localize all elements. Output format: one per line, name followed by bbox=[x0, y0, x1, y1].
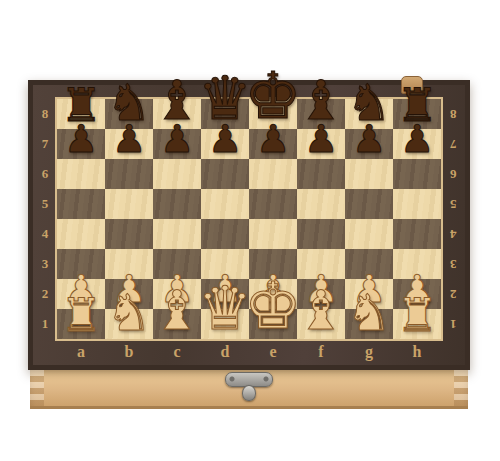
white-bishop[interactable]: ♝ bbox=[153, 284, 201, 338]
white-knight[interactable]: ♞ bbox=[347, 288, 392, 338]
black-pawn[interactable]: ♟ bbox=[304, 120, 338, 158]
square-e7[interactable]: ♟ bbox=[249, 129, 297, 159]
square-e5[interactable] bbox=[249, 189, 297, 219]
black-pawn[interactable]: ♟ bbox=[208, 120, 242, 158]
black-pawn[interactable]: ♟ bbox=[64, 120, 98, 158]
square-b1[interactable]: ♞ bbox=[105, 309, 153, 339]
rank-label-6: 6 bbox=[33, 159, 57, 189]
square-c1[interactable]: ♝ bbox=[153, 309, 201, 339]
square-c7[interactable]: ♟ bbox=[153, 129, 201, 159]
rank-label-3: 3 bbox=[33, 249, 57, 279]
black-pawn[interactable]: ♟ bbox=[160, 120, 194, 158]
square-b5[interactable] bbox=[105, 189, 153, 219]
board-grid: ♜♞♝♛♚♝♞♜♟♟♟♟♟♟♟♟♟♟♟♟♟♟♟♟♜♞♝♛♚♝♞♜ bbox=[57, 99, 441, 339]
rank-label-right-1: 1 bbox=[441, 309, 465, 339]
rank-label-right-4: 4 bbox=[441, 219, 465, 249]
rank-label-right-3: 3 bbox=[441, 249, 465, 279]
latch bbox=[225, 372, 273, 404]
rank-label-4: 4 bbox=[33, 219, 57, 249]
square-a7[interactable]: ♟ bbox=[57, 129, 105, 159]
square-h4[interactable] bbox=[393, 219, 441, 249]
finger-joint-right bbox=[454, 370, 468, 406]
board-middle: 87654321 ♜♞♝♛♚♝♞♜♟♟♟♟♟♟♟♟♟♟♟♟♟♟♟♟♜♞♝♛♚♝♞… bbox=[33, 99, 465, 339]
square-f4[interactable] bbox=[297, 219, 345, 249]
rank-label-right-6: 6 bbox=[441, 159, 465, 189]
rank-label-2: 2 bbox=[33, 279, 57, 309]
white-rook[interactable]: ♜ bbox=[60, 292, 101, 338]
square-a1[interactable]: ♜ bbox=[57, 309, 105, 339]
square-g1[interactable]: ♞ bbox=[345, 309, 393, 339]
square-f1[interactable]: ♝ bbox=[297, 309, 345, 339]
square-c6[interactable] bbox=[153, 159, 201, 189]
square-g5[interactable] bbox=[345, 189, 393, 219]
rank-label-8: 8 bbox=[33, 99, 57, 129]
black-pawn[interactable]: ♟ bbox=[400, 120, 434, 158]
rank-label-1: 1 bbox=[33, 309, 57, 339]
square-e1[interactable]: ♚ bbox=[249, 309, 297, 339]
chess-board: 87654321 ♜♞♝♛♚♝♞♜♟♟♟♟♟♟♟♟♟♟♟♟♟♟♟♟♜♞♝♛♚♝♞… bbox=[28, 80, 470, 370]
file-label-g: g bbox=[345, 339, 393, 365]
square-a4[interactable] bbox=[57, 219, 105, 249]
square-d1[interactable]: ♛ bbox=[201, 309, 249, 339]
square-h1[interactable]: ♜ bbox=[393, 309, 441, 339]
chess-set-photo: 87654321 ♜♞♝♛♚♝♞♜♟♟♟♟♟♟♟♟♟♟♟♟♟♟♟♟♜♞♝♛♚♝♞… bbox=[0, 0, 500, 461]
square-d7[interactable]: ♟ bbox=[201, 129, 249, 159]
file-label-b: b bbox=[105, 339, 153, 365]
file-label-f: f bbox=[297, 339, 345, 365]
square-g7[interactable]: ♟ bbox=[345, 129, 393, 159]
file-label-c: c bbox=[153, 339, 201, 365]
square-a6[interactable] bbox=[57, 159, 105, 189]
square-e4[interactable] bbox=[249, 219, 297, 249]
black-pawn[interactable]: ♟ bbox=[256, 120, 290, 158]
latch-knob bbox=[242, 385, 256, 401]
black-pawn[interactable]: ♟ bbox=[352, 120, 386, 158]
rank-label-right-7: 7 bbox=[441, 129, 465, 159]
square-g6[interactable] bbox=[345, 159, 393, 189]
square-h5[interactable] bbox=[393, 189, 441, 219]
square-a5[interactable] bbox=[57, 189, 105, 219]
square-d4[interactable] bbox=[201, 219, 249, 249]
square-b7[interactable]: ♟ bbox=[105, 129, 153, 159]
rank-label-right-2: 2 bbox=[441, 279, 465, 309]
square-d6[interactable] bbox=[201, 159, 249, 189]
finger-joint-left bbox=[30, 370, 44, 406]
black-pawn[interactable]: ♟ bbox=[112, 120, 146, 158]
rank-label-7: 7 bbox=[33, 129, 57, 159]
rank-label-right-5: 5 bbox=[441, 189, 465, 219]
rank-labels-right: 87654321 bbox=[441, 99, 465, 339]
rank-label-right-8: 8 bbox=[441, 99, 465, 129]
square-c4[interactable] bbox=[153, 219, 201, 249]
square-h7[interactable]: ♟ bbox=[393, 129, 441, 159]
file-label-a: a bbox=[57, 339, 105, 365]
square-g4[interactable] bbox=[345, 219, 393, 249]
rank-labels-left: 87654321 bbox=[33, 99, 57, 339]
square-e6[interactable] bbox=[249, 159, 297, 189]
box-side-panel bbox=[30, 370, 468, 409]
white-king[interactable]: ♚ bbox=[244, 274, 301, 338]
square-c5[interactable] bbox=[153, 189, 201, 219]
square-b6[interactable] bbox=[105, 159, 153, 189]
square-f6[interactable] bbox=[297, 159, 345, 189]
file-label-h: h bbox=[393, 339, 441, 365]
square-f5[interactable] bbox=[297, 189, 345, 219]
white-rook[interactable]: ♜ bbox=[396, 292, 437, 338]
rank-label-5: 5 bbox=[33, 189, 57, 219]
square-h6[interactable] bbox=[393, 159, 441, 189]
square-d5[interactable] bbox=[201, 189, 249, 219]
square-f7[interactable]: ♟ bbox=[297, 129, 345, 159]
white-knight[interactable]: ♞ bbox=[107, 288, 152, 338]
white-bishop[interactable]: ♝ bbox=[297, 284, 345, 338]
square-b4[interactable] bbox=[105, 219, 153, 249]
